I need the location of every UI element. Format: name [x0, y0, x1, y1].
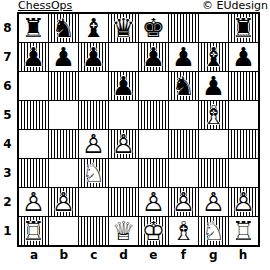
square-h3[interactable]: [229, 159, 258, 187]
white-pawn[interactable]: ♟♙: [169, 188, 198, 216]
square-c1[interactable]: [79, 217, 108, 245]
white-queen-outline: ♕: [109, 217, 138, 245]
file-label-d: d: [109, 248, 139, 262]
square-b4[interactable]: [49, 130, 78, 158]
white-pawn[interactable]: ♟♙: [79, 130, 108, 158]
square-f7[interactable]: ♟: [169, 43, 198, 71]
square-g8[interactable]: [199, 14, 228, 42]
black-bishop-glyph: ♝: [199, 43, 228, 71]
rank-labels: 87654321: [0, 14, 15, 245]
square-d8[interactable]: ♛: [109, 14, 138, 42]
square-b3[interactable]: [49, 159, 78, 187]
square-a5[interactable]: [19, 101, 48, 129]
square-a7[interactable]: ♟: [19, 43, 48, 71]
black-knight-glyph: ♞: [169, 72, 198, 100]
square-h1[interactable]: ♜♖: [229, 217, 258, 245]
square-b7[interactable]: ♟: [49, 43, 78, 71]
square-f1[interactable]: ♝♗: [169, 217, 198, 245]
rank-label-2: 2: [0, 187, 15, 216]
square-h6[interactable]: [229, 72, 258, 100]
black-king-glyph: ♚: [139, 14, 168, 42]
rank-label-4: 4: [0, 130, 15, 159]
white-king-outline: ♔: [139, 217, 168, 245]
square-c3[interactable]: ♞♘: [79, 159, 108, 187]
square-e1[interactable]: ♚♔: [139, 217, 168, 245]
black-king[interactable]: ♚: [139, 14, 168, 42]
square-c7[interactable]: ♟: [79, 43, 108, 71]
square-c6[interactable]: [79, 72, 108, 100]
file-label-e: e: [139, 248, 169, 262]
black-pawn-glyph: ♟: [229, 43, 258, 71]
black-pawn[interactable]: ♟: [139, 43, 168, 71]
black-pawn-glyph: ♟: [19, 43, 48, 71]
rank-label-8: 8: [0, 14, 15, 43]
rank-label-1: 1: [0, 216, 15, 245]
white-pawn-outline: ♙: [109, 130, 138, 158]
white-rook[interactable]: ♜♖: [229, 217, 258, 245]
white-bishop-outline: ♗: [169, 217, 198, 245]
square-g5[interactable]: ♝♗: [199, 101, 228, 129]
rank-label-6: 6: [0, 72, 15, 101]
square-d6[interactable]: ♟: [109, 72, 138, 100]
rank-label-5: 5: [0, 101, 15, 130]
black-queen[interactable]: ♛: [109, 14, 138, 42]
square-h5[interactable]: [229, 101, 258, 129]
square-b2[interactable]: ♟♙: [49, 188, 78, 216]
chessops-diagram-window: ChessOps © EUdesign 87654321 ♜♞♝♛♚♜♟♟♟♟♟…: [0, 0, 270, 270]
square-g4[interactable]: [199, 130, 228, 158]
file-label-b: b: [49, 248, 79, 262]
square-e3[interactable]: [139, 159, 168, 187]
black-pawn[interactable]: ♟: [199, 72, 228, 100]
square-d5[interactable]: [109, 101, 138, 129]
white-pawn-outline: ♙: [199, 188, 228, 216]
white-pawn-outline: ♙: [229, 188, 258, 216]
black-pawn-glyph: ♟: [169, 43, 198, 71]
white-rook-outline: ♖: [229, 217, 258, 245]
square-e2[interactable]: ♟♙: [139, 188, 168, 216]
square-f6[interactable]: ♞: [169, 72, 198, 100]
square-g2[interactable]: ♟♙: [199, 188, 228, 216]
black-pawn[interactable]: ♟: [49, 43, 78, 71]
file-label-a: a: [19, 248, 49, 262]
square-h4[interactable]: [229, 130, 258, 158]
square-e5[interactable]: [139, 101, 168, 129]
white-pawn[interactable]: ♟♙: [229, 188, 258, 216]
square-e4[interactable]: [139, 130, 168, 158]
square-g6[interactable]: ♟: [199, 72, 228, 100]
square-g7[interactable]: ♝: [199, 43, 228, 71]
black-pawn[interactable]: ♟: [79, 43, 108, 71]
white-queen[interactable]: ♛♕: [109, 217, 138, 245]
file-label-c: c: [79, 248, 109, 262]
white-pawn[interactable]: ♟♙: [49, 188, 78, 216]
square-e7[interactable]: ♟: [139, 43, 168, 71]
black-rook[interactable]: ♜: [229, 14, 258, 42]
square-d3[interactable]: [109, 159, 138, 187]
white-pawn-outline: ♙: [49, 188, 78, 216]
square-c8[interactable]: ♝: [79, 14, 108, 42]
black-queen-glyph: ♛: [109, 14, 138, 42]
black-knight[interactable]: ♞: [49, 14, 78, 42]
black-pawn-glyph: ♟: [139, 43, 168, 71]
white-pawn[interactable]: ♟♙: [19, 188, 48, 216]
black-rook-glyph: ♜: [19, 14, 48, 42]
square-h8[interactable]: ♜: [229, 14, 258, 42]
square-d7[interactable]: [109, 43, 138, 71]
white-bishop[interactable]: ♝♗: [199, 101, 228, 129]
black-pawn-glyph: ♟: [109, 72, 138, 100]
square-b1[interactable]: [49, 217, 78, 245]
white-pawn-outline: ♙: [79, 130, 108, 158]
white-pawn-outline: ♙: [19, 188, 48, 216]
file-label-f: f: [168, 248, 198, 262]
square-c5[interactable]: [79, 101, 108, 129]
square-b5[interactable]: [49, 101, 78, 129]
square-g1[interactable]: ♞♘: [199, 217, 228, 245]
square-a2[interactable]: ♟♙: [19, 188, 48, 216]
rank-label-7: 7: [0, 43, 15, 72]
square-e6[interactable]: [139, 72, 168, 100]
black-bishop[interactable]: ♝: [199, 43, 228, 71]
square-f5[interactable]: [169, 101, 198, 129]
square-f4[interactable]: [169, 130, 198, 158]
square-h2[interactable]: ♟♙: [229, 188, 258, 216]
white-pawn-outline: ♙: [169, 188, 198, 216]
square-a3[interactable]: [19, 159, 48, 187]
black-pawn-glyph: ♟: [49, 43, 78, 71]
square-a1[interactable]: ♜♖: [19, 217, 48, 245]
white-pawn[interactable]: ♟♙: [109, 130, 138, 158]
square-a6[interactable]: [19, 72, 48, 100]
white-rook[interactable]: ♜♖: [19, 217, 48, 245]
app-title: ChessOps: [18, 0, 72, 12]
square-c2[interactable]: [79, 188, 108, 216]
square-d1[interactable]: ♛♕: [109, 217, 138, 245]
white-knight-outline: ♘: [79, 159, 108, 187]
white-knight[interactable]: ♞♘: [79, 159, 108, 187]
square-c4[interactable]: ♟♙: [79, 130, 108, 158]
white-king[interactable]: ♚♔: [139, 217, 168, 245]
white-bishop[interactable]: ♝♗: [169, 217, 198, 245]
black-pawn[interactable]: ♟: [19, 43, 48, 71]
white-knight-outline: ♘: [199, 217, 228, 245]
black-pawn[interactable]: ♟: [109, 72, 138, 100]
square-a4[interactable]: [19, 130, 48, 158]
copyright-credit: © EUdesign: [202, 0, 268, 12]
black-rook[interactable]: ♜: [19, 14, 48, 42]
white-pawn[interactable]: ♟♙: [199, 188, 228, 216]
square-h7[interactable]: ♟: [229, 43, 258, 71]
square-f8[interactable]: [169, 14, 198, 42]
white-rook-outline: ♖: [19, 217, 48, 245]
black-pawn[interactable]: ♟: [169, 43, 198, 71]
square-b6[interactable]: [49, 72, 78, 100]
file-label-h: h: [228, 248, 258, 262]
black-pawn[interactable]: ♟: [229, 43, 258, 71]
black-knight-glyph: ♞: [49, 14, 78, 42]
square-d4[interactable]: ♟♙: [109, 130, 138, 158]
file-labels: abcdefgh: [19, 248, 258, 262]
square-e8[interactable]: ♚: [139, 14, 168, 42]
square-a8[interactable]: ♜: [19, 14, 48, 42]
square-g3[interactable]: [199, 159, 228, 187]
white-bishop-outline: ♗: [199, 101, 228, 129]
square-f2[interactable]: ♟♙: [169, 188, 198, 216]
white-pawn-outline: ♙: [139, 188, 168, 216]
chess-board[interactable]: ♜♞♝♛♚♜♟♟♟♟♟♝♟♟♞♟♝♗♟♙♟♙♞♘♟♙♟♙♟♙♟♙♟♙♟♙♜♖♛♕…: [17, 12, 260, 247]
white-knight[interactable]: ♞♘: [199, 217, 228, 245]
black-bishop-glyph: ♝: [79, 14, 108, 42]
black-knight[interactable]: ♞: [169, 72, 198, 100]
square-f3[interactable]: [169, 159, 198, 187]
rank-label-3: 3: [0, 158, 15, 187]
file-label-g: g: [198, 248, 228, 262]
square-d2[interactable]: [109, 188, 138, 216]
white-pawn[interactable]: ♟♙: [139, 188, 168, 216]
black-bishop[interactable]: ♝: [79, 14, 108, 42]
black-pawn-glyph: ♟: [199, 72, 228, 100]
black-pawn-glyph: ♟: [79, 43, 108, 71]
black-rook-glyph: ♜: [229, 14, 258, 42]
square-b8[interactable]: ♞: [49, 14, 78, 42]
